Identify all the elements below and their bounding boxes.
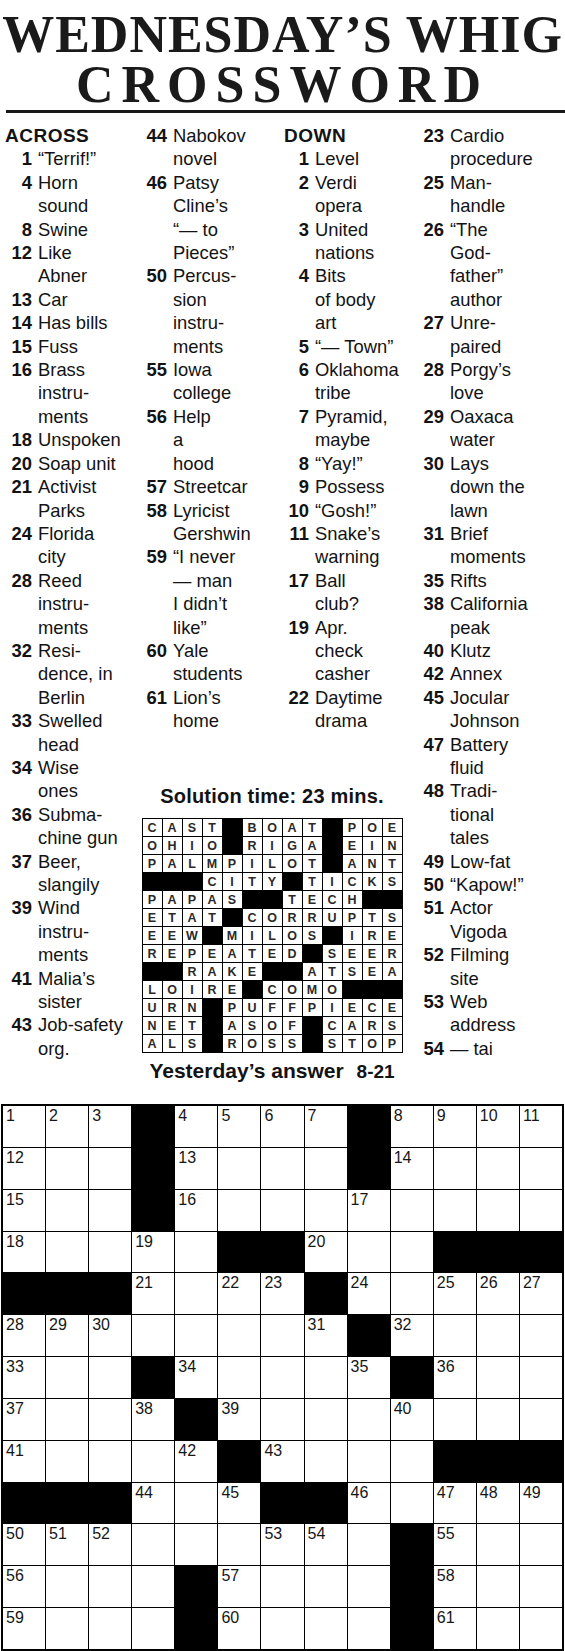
cell-number: 59 <box>6 1609 24 1626</box>
cell-number: 50 <box>6 1525 24 1542</box>
grid-cell[interactable] <box>46 1566 88 1607</box>
grid-cell[interactable]: 60 <box>218 1608 260 1649</box>
grid-cell[interactable]: 19 <box>132 1232 174 1273</box>
grid-cell[interactable]: 54 <box>305 1524 347 1565</box>
grid-cell[interactable] <box>89 1190 131 1231</box>
grid-block-cell <box>175 1399 217 1440</box>
grid-cell[interactable] <box>520 1566 562 1607</box>
grid-cell[interactable] <box>132 1315 174 1356</box>
grid-cell[interactable] <box>520 1524 562 1565</box>
grid-cell[interactable]: 39 <box>218 1399 260 1440</box>
grid-cell[interactable] <box>132 1608 174 1649</box>
clue-number: 52 <box>410 943 450 990</box>
cell-number: 16 <box>178 1191 196 1208</box>
grid-cell[interactable] <box>477 1566 519 1607</box>
clue-column-4: 23Cardio procedure25Man- handle26“The Go… <box>410 124 565 1060</box>
clue-across-43: 43Job-safety org. <box>2 1013 139 1060</box>
grid-cell[interactable]: 12 <box>3 1148 45 1189</box>
clue-number: 9 <box>275 475 315 498</box>
clue-text: Battery fluid <box>450 733 508 780</box>
clue-across-60: 60Yale students <box>139 639 275 686</box>
cell-number: 61 <box>437 1609 455 1626</box>
grid-cell[interactable] <box>261 1399 303 1440</box>
grid-cell[interactable]: 38 <box>132 1399 174 1440</box>
clue-number: 58 <box>139 499 173 546</box>
grid-cell[interactable] <box>305 1357 347 1398</box>
grid-cell[interactable]: 8 <box>391 1106 433 1147</box>
cell-number: 33 <box>6 1358 24 1375</box>
grid-cell[interactable] <box>348 1524 390 1565</box>
page-title-line2: CROSSWORD <box>0 60 565 110</box>
grid-block-cell <box>89 1483 131 1524</box>
grid-cell[interactable]: 43 <box>261 1441 303 1482</box>
grid-cell[interactable]: 17 <box>348 1190 390 1231</box>
solution-letter-cell: F <box>263 999 282 1016</box>
solution-letter-cell: T <box>363 909 382 926</box>
clue-down-19: 19Apr. check casher <box>275 616 410 686</box>
clue-across-39: 39Wind instru- ments <box>2 896 139 966</box>
grid-cell[interactable] <box>348 1608 390 1649</box>
solution-letter-cell: U <box>243 999 262 1016</box>
solution-letter-cell: R <box>203 981 222 998</box>
solution-letter-cell: R <box>363 1017 382 1034</box>
grid-cell[interactable] <box>46 1232 88 1273</box>
solution-letter-cell: I <box>323 873 342 890</box>
solution-letter-cell: I <box>183 981 202 998</box>
grid-cell[interactable] <box>477 1315 519 1356</box>
clue-down-6: 6Oklahoma tribe <box>275 358 410 405</box>
grid-cell[interactable]: 57 <box>218 1566 260 1607</box>
grid-cell[interactable]: 16 <box>175 1190 217 1231</box>
cell-number: 21 <box>135 1274 153 1291</box>
grid-cell[interactable]: 3 <box>89 1106 131 1147</box>
clue-across-61: 61Lion’s home <box>139 686 275 733</box>
clue-number: 16 <box>2 358 38 428</box>
grid-cell[interactable] <box>520 1148 562 1189</box>
grid-cell[interactable] <box>89 1357 131 1398</box>
clue-down-7: 7Pyramid, maybe <box>275 405 410 452</box>
grid-cell[interactable] <box>305 1566 347 1607</box>
grid-cell[interactable] <box>261 1190 303 1231</box>
grid-cell[interactable] <box>477 1148 519 1189</box>
grid-cell[interactable] <box>175 1315 217 1356</box>
solution-block-cell <box>283 873 302 890</box>
grid-cell[interactable] <box>132 1524 174 1565</box>
grid-cell[interactable] <box>520 1315 562 1356</box>
solution-letter-cell: O <box>363 819 382 836</box>
grid-cell[interactable] <box>46 1190 88 1231</box>
grid-cell[interactable]: 45 <box>218 1483 260 1524</box>
clue-text: Swine <box>38 218 88 241</box>
grid-block-cell <box>305 1273 347 1314</box>
clue-text: Beer, slangily <box>38 850 99 897</box>
clue-text: Streetcar <box>173 475 248 498</box>
solution-letter-cell: E <box>383 927 402 944</box>
grid-block-cell <box>46 1273 88 1314</box>
grid-cell[interactable] <box>89 1399 131 1440</box>
grid-cell[interactable]: 49 <box>520 1483 562 1524</box>
grid-cell[interactable] <box>175 1232 217 1273</box>
grid-cell[interactable]: 13 <box>175 1148 217 1189</box>
solution-block-cell <box>203 1017 222 1034</box>
clue-number: 44 <box>139 124 173 171</box>
solution-letter-cell: P <box>143 855 162 872</box>
clue-across-57: 57Streetcar <box>139 475 275 498</box>
clue-across-4: 4Horn sound <box>2 171 139 218</box>
clue-down-27: 27Unre- paired <box>410 311 565 358</box>
grid-cell[interactable] <box>305 1608 347 1649</box>
solution-letter-cell: E <box>143 927 162 944</box>
grid-cell[interactable]: 29 <box>46 1315 88 1356</box>
grid-cell[interactable]: 53 <box>261 1524 303 1565</box>
grid-cell[interactable] <box>175 1483 217 1524</box>
grid-cell[interactable] <box>89 1232 131 1273</box>
grid-cell[interactable] <box>175 1273 217 1314</box>
solution-letter-cell: R <box>183 963 202 980</box>
grid-cell[interactable] <box>520 1399 562 1440</box>
clue-text: — tai <box>450 1037 493 1060</box>
grid-cell[interactable]: 4 <box>175 1106 217 1147</box>
clue-text: Klutz <box>450 639 491 662</box>
grid-cell[interactable] <box>218 1190 260 1231</box>
grid-cell[interactable] <box>132 1441 174 1482</box>
clue-number: 55 <box>139 358 173 405</box>
solution-letter-cell: C <box>203 873 222 890</box>
grid-cell[interactable]: 15 <box>3 1190 45 1231</box>
clue-number: 13 <box>2 288 38 311</box>
grid-cell[interactable] <box>261 1608 303 1649</box>
grid-cell[interactable] <box>305 1399 347 1440</box>
grid-cell[interactable]: 26 <box>477 1273 519 1314</box>
cell-number: 49 <box>523 1484 541 1501</box>
clue-number: 3 <box>275 218 315 265</box>
solution-letter-cell: I <box>263 837 282 854</box>
cell-number: 36 <box>437 1358 455 1375</box>
solution-time-text: Solution time: 23 mins. <box>139 785 405 807</box>
solution-letter-cell: B <box>243 819 262 836</box>
solution-block-cell <box>283 963 302 980</box>
solution-letter-cell: T <box>303 873 322 890</box>
solution-letter-cell: S <box>283 1035 302 1052</box>
cell-number: 48 <box>480 1484 498 1501</box>
solution-letter-cell: P <box>223 855 242 872</box>
cell-number: 38 <box>135 1400 153 1417</box>
grid-cell[interactable] <box>434 1190 476 1231</box>
solution-letter-cell: T <box>163 909 182 926</box>
grid-cell[interactable] <box>46 1148 88 1189</box>
clue-across-50: 50Percus- sion instru- ments <box>139 264 275 358</box>
grid-block-cell <box>391 1524 433 1565</box>
grid-cell[interactable]: 22 <box>218 1273 260 1314</box>
cell-number: 57 <box>221 1567 239 1584</box>
grid-block-cell <box>261 1232 303 1273</box>
clue-number: 43 <box>2 1013 38 1060</box>
grid-cell[interactable]: 10 <box>477 1106 519 1147</box>
solution-block-cell <box>223 819 242 836</box>
grid-cell[interactable] <box>434 1148 476 1189</box>
cell-number: 26 <box>480 1274 498 1291</box>
grid-block-cell <box>434 1441 476 1482</box>
grid-cell[interactable]: 7 <box>305 1106 347 1147</box>
clue-number: 35 <box>410 569 450 592</box>
solution-letter-cell: E <box>223 981 242 998</box>
grid-cell[interactable] <box>305 1190 347 1231</box>
grid-cell[interactable] <box>261 1315 303 1356</box>
solution-letter-cell: O <box>143 837 162 854</box>
solution-letter-cell: F <box>283 1017 302 1034</box>
clue-number: 53 <box>410 990 450 1037</box>
clue-text: Has bills <box>38 311 108 334</box>
grid-cell[interactable] <box>218 1524 260 1565</box>
clue-down-47: 47Battery fluid <box>410 733 565 780</box>
grid-cell[interactable]: 58 <box>434 1566 476 1607</box>
cell-number: 11 <box>523 1107 540 1124</box>
grid-cell[interactable]: 9 <box>434 1106 476 1147</box>
solution-block-cell <box>383 891 402 908</box>
grid-cell[interactable] <box>46 1399 88 1440</box>
grid-cell[interactable]: 32 <box>391 1315 433 1356</box>
grid-cell[interactable]: 24 <box>348 1273 390 1314</box>
grid-cell[interactable]: 23 <box>261 1273 303 1314</box>
grid-cell[interactable]: 44 <box>132 1483 174 1524</box>
clue-text: Annex <box>450 662 502 685</box>
grid-cell[interactable]: 30 <box>89 1315 131 1356</box>
solution-letter-cell: S <box>183 819 202 836</box>
grid-cell[interactable]: 6 <box>261 1106 303 1147</box>
grid-cell[interactable] <box>348 1441 390 1482</box>
grid-cell[interactable] <box>218 1148 260 1189</box>
grid-cell[interactable] <box>391 1232 433 1273</box>
clue-text: Subma- chine gun <box>38 803 118 850</box>
solution-block-cell <box>263 891 282 908</box>
grid-cell[interactable] <box>391 1190 433 1231</box>
grid-cell[interactable] <box>391 1273 433 1314</box>
grid-cell[interactable] <box>477 1524 519 1565</box>
clue-text: Resi- dence, in Berlin <box>38 639 113 709</box>
cell-number: 10 <box>480 1107 498 1124</box>
solution-block-cell <box>203 999 222 1016</box>
grid-cell[interactable]: 2 <box>46 1106 88 1147</box>
cell-number: 45 <box>221 1484 239 1501</box>
grid-cell[interactable] <box>46 1441 88 1482</box>
grid-cell[interactable] <box>132 1566 174 1607</box>
grid-cell[interactable]: 1 <box>3 1106 45 1147</box>
grid-block-cell <box>348 1148 390 1189</box>
grid-cell[interactable]: 56 <box>3 1566 45 1607</box>
grid-cell[interactable] <box>261 1566 303 1607</box>
clue-number: 33 <box>2 709 38 756</box>
grid-cell[interactable]: 47 <box>434 1483 476 1524</box>
solution-letter-cell: L <box>263 927 282 944</box>
clue-number: 18 <box>2 428 38 451</box>
cell-number: 4 <box>178 1107 187 1124</box>
grid-cell[interactable] <box>520 1357 562 1398</box>
grid-cell[interactable] <box>477 1399 519 1440</box>
clue-across-15: 15Fuss <box>2 335 139 358</box>
grid-cell[interactable]: 40 <box>391 1399 433 1440</box>
solution-letter-cell: S <box>383 909 402 926</box>
solution-letter-cell: O <box>283 981 302 998</box>
grid-cell[interactable] <box>477 1357 519 1398</box>
cell-number: 9 <box>437 1107 446 1124</box>
grid-cell[interactable]: 55 <box>434 1524 476 1565</box>
cell-number: 32 <box>394 1316 412 1333</box>
grid-cell[interactable] <box>348 1566 390 1607</box>
clue-text: “Yay!” <box>315 452 363 475</box>
solution-letter-cell: L <box>183 855 202 872</box>
cell-number: 54 <box>308 1525 326 1542</box>
cell-number: 42 <box>178 1442 196 1459</box>
clue-number: 60 <box>139 639 173 686</box>
cell-number: 55 <box>437 1525 455 1542</box>
solution-block-cell <box>323 819 342 836</box>
grid-cell[interactable]: 41 <box>3 1441 45 1482</box>
clue-across-37: 37Beer, slangily <box>2 850 139 897</box>
grid-block-cell <box>305 1483 347 1524</box>
grid-cell[interactable] <box>305 1441 347 1482</box>
clue-text: “Kapow!” <box>450 873 524 896</box>
grid-cell[interactable]: 34 <box>175 1357 217 1398</box>
clue-text: Wind instru- ments <box>38 896 89 966</box>
solution-letter-cell: M <box>223 927 242 944</box>
clue-down-54: 54— tai <box>410 1037 565 1060</box>
grid-block-cell <box>46 1483 88 1524</box>
solution-letter-cell: A <box>303 837 322 854</box>
grid-cell[interactable]: 14 <box>391 1148 433 1189</box>
grid-cell[interactable] <box>89 1608 131 1649</box>
clue-number: 19 <box>275 616 315 686</box>
clue-number: 20 <box>2 452 38 475</box>
solution-block-cell <box>303 1017 322 1034</box>
grid-cell[interactable] <box>477 1608 519 1649</box>
grid-cell[interactable]: 61 <box>434 1608 476 1649</box>
clue-down-17: 17Ball club? <box>275 569 410 616</box>
clue-text: Oklahoma tribe <box>315 358 399 405</box>
grid-cell[interactable]: 59 <box>3 1608 45 1649</box>
grid-cell[interactable]: 51 <box>46 1524 88 1565</box>
grid-cell[interactable]: 46 <box>348 1483 390 1524</box>
solution-block-cell <box>323 855 342 872</box>
grid-cell[interactable]: 33 <box>3 1357 45 1398</box>
grid-cell[interactable] <box>434 1399 476 1440</box>
clue-down-29: 29Oaxaca water <box>410 405 565 452</box>
clue-number: 49 <box>410 850 450 873</box>
clue-text: Apr. check casher <box>315 616 370 686</box>
solution-block-cell <box>203 927 222 944</box>
grid-cell[interactable]: 21 <box>132 1273 174 1314</box>
grid-cell[interactable] <box>261 1148 303 1189</box>
solution-letter-cell: S <box>343 963 362 980</box>
grid-cell[interactable]: 20 <box>305 1232 347 1273</box>
grid-cell[interactable]: 31 <box>305 1315 347 1356</box>
clue-number: 45 <box>410 686 450 733</box>
clue-across-33: 33Swelled head <box>2 709 139 756</box>
grid-cell[interactable] <box>89 1441 131 1482</box>
solution-letter-cell: N <box>383 837 402 854</box>
clue-number: 5 <box>275 335 315 358</box>
grid-block-cell <box>434 1232 476 1273</box>
clue-down-40: 40Klutz <box>410 639 565 662</box>
grid-cell[interactable] <box>218 1315 260 1356</box>
solution-letter-cell: R <box>283 909 302 926</box>
crossword-grid: 1234567891011121314151617181920212223242… <box>1 1104 564 1651</box>
solution-letter-cell: A <box>343 855 362 872</box>
grid-cell[interactable]: 18 <box>3 1232 45 1273</box>
solution-letter-cell: T <box>343 1035 362 1052</box>
solution-letter-cell: O <box>203 837 222 854</box>
grid-cell[interactable] <box>89 1566 131 1607</box>
grid-cell[interactable] <box>391 1483 433 1524</box>
cell-number: 13 <box>178 1149 196 1166</box>
solution-letter-cell: P <box>223 999 242 1016</box>
grid-cell[interactable] <box>305 1148 347 1189</box>
grid-block-cell <box>132 1106 174 1147</box>
grid-cell[interactable] <box>434 1315 476 1356</box>
solution-letter-cell: T <box>283 891 302 908</box>
grid-cell[interactable] <box>46 1357 88 1398</box>
grid-cell[interactable] <box>391 1441 433 1482</box>
grid-cell[interactable]: 50 <box>3 1524 45 1565</box>
solution-letter-cell: E <box>363 963 382 980</box>
grid-cell[interactable] <box>348 1232 390 1273</box>
clue-text: Lyricist Gershwin <box>173 499 251 546</box>
grid-cell[interactable]: 37 <box>3 1399 45 1440</box>
grid-cell[interactable] <box>477 1190 519 1231</box>
clue-text: Lays down the lawn <box>450 452 525 522</box>
grid-cell[interactable] <box>520 1190 562 1231</box>
solution-letter-cell: O <box>283 855 302 872</box>
solution-letter-cell: E <box>243 963 262 980</box>
grid-cell[interactable] <box>218 1357 260 1398</box>
cell-number: 7 <box>308 1107 317 1124</box>
clue-text: Yale students <box>173 639 243 686</box>
cell-number: 6 <box>264 1107 273 1124</box>
solution-letter-cell: E <box>383 819 402 836</box>
grid-cell[interactable]: 25 <box>434 1273 476 1314</box>
clue-across-46: 46Patsy Cline’s “— to Pieces” <box>139 171 275 265</box>
solution-letter-cell: C <box>243 909 262 926</box>
grid-cell[interactable]: 28 <box>3 1315 45 1356</box>
grid-cell[interactable] <box>175 1524 217 1565</box>
grid-cell[interactable] <box>89 1148 131 1189</box>
clue-text: Iowa college <box>173 358 231 405</box>
grid-cell[interactable] <box>520 1608 562 1649</box>
grid-cell[interactable]: 52 <box>89 1524 131 1565</box>
grid-cell[interactable]: 42 <box>175 1441 217 1482</box>
clue-across-32: 32Resi- dence, in Berlin <box>2 639 139 709</box>
grid-cell[interactable]: 27 <box>520 1273 562 1314</box>
cell-number: 23 <box>264 1274 282 1291</box>
cell-number: 46 <box>351 1484 369 1501</box>
clue-text: Swelled head <box>38 709 102 756</box>
clue-number: 37 <box>2 850 38 897</box>
grid-cell[interactable]: 5 <box>218 1106 260 1147</box>
clue-text: Cardio procedure <box>450 124 533 171</box>
clue-number: 36 <box>2 803 38 850</box>
grid-cell[interactable] <box>261 1357 303 1398</box>
solution-letter-cell: N <box>363 855 382 872</box>
grid-cell[interactable]: 36 <box>434 1357 476 1398</box>
grid-cell[interactable] <box>348 1399 390 1440</box>
grid-cell[interactable]: 35 <box>348 1357 390 1398</box>
solution-letter-cell: S <box>323 1035 342 1052</box>
grid-cell[interactable]: 11 <box>520 1106 562 1147</box>
grid-cell[interactable]: 48 <box>477 1483 519 1524</box>
grid-cell[interactable] <box>46 1608 88 1649</box>
solution-letter-cell: O <box>163 981 182 998</box>
clue-number: 28 <box>2 569 38 639</box>
cell-number: 29 <box>49 1316 67 1333</box>
